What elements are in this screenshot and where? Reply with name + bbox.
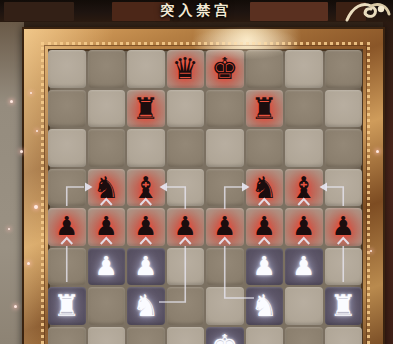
square-b3[interactable]: ♟ xyxy=(88,248,126,286)
square-b8[interactable] xyxy=(88,50,126,88)
square-c5[interactable]: ♝ xyxy=(127,169,165,207)
square-h8[interactable] xyxy=(325,50,363,88)
square-d1[interactable] xyxy=(167,327,205,344)
square-c6[interactable] xyxy=(127,129,165,167)
square-a8[interactable] xyxy=(48,50,86,88)
square-f4[interactable]: ♟ xyxy=(246,208,284,246)
black-pawn-g4[interactable]: ♟ xyxy=(292,208,315,245)
square-c4[interactable]: ♟ xyxy=(127,208,165,246)
black-rook-c7[interactable]: ♜ xyxy=(132,90,159,127)
square-e8[interactable]: ♚ xyxy=(206,50,244,88)
square-b2[interactable] xyxy=(88,287,126,325)
square-h6[interactable] xyxy=(325,129,363,167)
white-rook-a2[interactable]: ♜ xyxy=(53,287,80,324)
square-d5[interactable] xyxy=(167,169,205,207)
white-pawn-f3[interactable]: ♟ xyxy=(253,248,276,285)
black-pawn-b4[interactable]: ♟ xyxy=(95,208,118,245)
square-h7[interactable] xyxy=(325,90,363,128)
square-e4[interactable]: ♟ xyxy=(206,208,244,246)
square-g4[interactable]: ♟ xyxy=(285,208,323,246)
square-f2[interactable]: ♞ xyxy=(246,287,284,325)
square-e7[interactable] xyxy=(206,90,244,128)
black-king-e8[interactable]: ♚ xyxy=(211,50,238,87)
black-pawn-f4[interactable]: ♟ xyxy=(253,208,276,245)
square-h4[interactable]: ♟ xyxy=(325,208,363,246)
square-c8[interactable] xyxy=(127,50,165,88)
black-rook-f7[interactable]: ♜ xyxy=(251,90,278,127)
white-knight-f2[interactable]: ♞ xyxy=(251,287,278,324)
square-g2[interactable] xyxy=(285,287,323,325)
square-a4[interactable]: ♟ xyxy=(48,208,86,246)
square-e2[interactable] xyxy=(206,287,244,325)
square-c2[interactable]: ♞ xyxy=(127,287,165,325)
white-pawn-g3[interactable]: ♟ xyxy=(292,248,315,285)
square-b5[interactable]: ♞ xyxy=(88,169,126,207)
square-g5[interactable]: ♝ xyxy=(285,169,323,207)
black-queen-d8[interactable]: ♛ xyxy=(172,50,199,87)
square-h1[interactable] xyxy=(325,327,363,344)
square-h5[interactable] xyxy=(325,169,363,207)
square-e3[interactable] xyxy=(206,248,244,286)
square-c7[interactable]: ♜ xyxy=(127,90,165,128)
square-b6[interactable] xyxy=(88,129,126,167)
square-f3[interactable]: ♟ xyxy=(246,248,284,286)
square-d4[interactable]: ♟ xyxy=(167,208,205,246)
chess-board[interactable]: ♛♚♜♜♞♝♞♝♟♟♟♟♟♟♟♟♟♟♟♟♜♞♞♜♚ xyxy=(48,50,362,344)
square-f5[interactable]: ♞ xyxy=(246,169,284,207)
square-a1[interactable] xyxy=(48,327,86,344)
black-pawn-d4[interactable]: ♟ xyxy=(174,208,197,245)
square-h3[interactable] xyxy=(325,248,363,286)
square-e5[interactable] xyxy=(206,169,244,207)
square-g6[interactable] xyxy=(285,129,323,167)
square-b4[interactable]: ♟ xyxy=(88,208,126,246)
page-title: 突入禁宫 xyxy=(0,2,393,20)
black-bishop-g5[interactable]: ♝ xyxy=(290,169,317,206)
square-e6[interactable] xyxy=(206,129,244,167)
square-d2[interactable] xyxy=(167,287,205,325)
corner-flourish-icon xyxy=(345,0,391,26)
white-pawn-c3[interactable]: ♟ xyxy=(134,248,157,285)
square-f6[interactable] xyxy=(246,129,284,167)
white-king-e1[interactable]: ♚ xyxy=(211,327,238,344)
black-pawn-a4[interactable]: ♟ xyxy=(55,208,78,245)
square-b1[interactable] xyxy=(88,327,126,344)
white-pawn-b3[interactable]: ♟ xyxy=(95,248,118,285)
black-knight-b5[interactable]: ♞ xyxy=(93,169,120,206)
black-pawn-h4[interactable]: ♟ xyxy=(332,208,355,245)
white-rook-h2[interactable]: ♜ xyxy=(330,287,357,324)
square-e1[interactable]: ♚ xyxy=(206,327,244,344)
square-a3[interactable] xyxy=(48,248,86,286)
square-b7[interactable] xyxy=(88,90,126,128)
square-f7[interactable]: ♜ xyxy=(246,90,284,128)
black-pawn-e4[interactable]: ♟ xyxy=(213,208,236,245)
square-d6[interactable] xyxy=(167,129,205,167)
square-a6[interactable] xyxy=(48,129,86,167)
square-a2[interactable]: ♜ xyxy=(48,287,86,325)
square-d8[interactable]: ♛ xyxy=(167,50,205,88)
square-c1[interactable] xyxy=(127,327,165,344)
black-pawn-c4[interactable]: ♟ xyxy=(134,208,157,245)
white-knight-c2[interactable]: ♞ xyxy=(132,287,159,324)
square-h2[interactable]: ♜ xyxy=(325,287,363,325)
left-wall xyxy=(0,22,24,344)
title-bar: 突入禁宫 xyxy=(0,0,393,22)
game-screen: 突入禁宫 ♛♚♜♜♞♝♞♝♟♟♟♟♟♟♟♟♟♟♟♟♜♞♞♜♚ xyxy=(0,0,393,344)
board-grid: ♛♚♜♜♞♝♞♝♟♟♟♟♟♟♟♟♟♟♟♟♜♞♞♜♚ xyxy=(48,50,362,344)
square-d7[interactable] xyxy=(167,90,205,128)
square-c3[interactable]: ♟ xyxy=(127,248,165,286)
square-g1[interactable] xyxy=(285,327,323,344)
square-g7[interactable] xyxy=(285,90,323,128)
square-d3[interactable] xyxy=(167,248,205,286)
square-f8[interactable] xyxy=(246,50,284,88)
square-a7[interactable] xyxy=(48,90,86,128)
square-g3[interactable]: ♟ xyxy=(285,248,323,286)
square-f1[interactable] xyxy=(246,327,284,344)
black-knight-f5[interactable]: ♞ xyxy=(251,169,278,206)
square-g8[interactable] xyxy=(285,50,323,88)
black-bishop-c5[interactable]: ♝ xyxy=(132,169,159,206)
square-a5[interactable] xyxy=(48,169,86,207)
